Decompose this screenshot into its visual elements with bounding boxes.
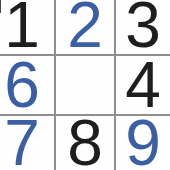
cell-r0c2[interactable]: 3 <box>116 0 170 54</box>
cell-r1c2[interactable]: 4 <box>116 56 170 114</box>
digit: 2 <box>67 0 103 57</box>
digit: 7 <box>4 111 40 170</box>
digit: 9 <box>125 111 161 170</box>
cell-r2c1[interactable]: 8 <box>56 116 114 170</box>
cell-r1c0[interactable]: 6 <box>0 56 54 114</box>
sudoku-board-crop: 1 2 3 6 4 7 8 9 <box>0 0 170 170</box>
cell-r2c2[interactable]: 9 <box>116 116 170 170</box>
cell-r0c1[interactable]: 2 <box>56 0 114 54</box>
cell-r0c0[interactable]: 1 <box>0 0 54 54</box>
cell-r1c1[interactable] <box>56 56 114 114</box>
digit: 3 <box>125 0 161 57</box>
digit: 8 <box>67 111 103 170</box>
cell-r2c0[interactable]: 7 <box>0 116 54 170</box>
sudoku-grid: 1 2 3 6 4 7 8 9 <box>0 0 170 170</box>
cropped-digit-artifact <box>0 0 1 13</box>
